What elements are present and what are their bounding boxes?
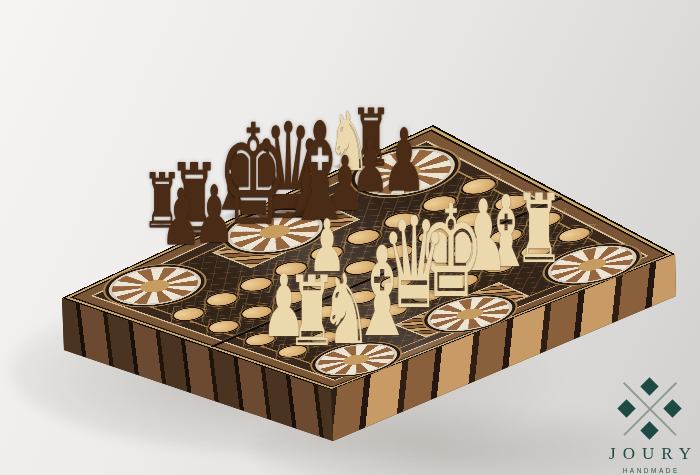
- inlay-circle: [407, 287, 447, 304]
- inlay-circle: [553, 226, 594, 245]
- inlay-circle: [305, 244, 348, 263]
- inlay-circle: [515, 242, 556, 260]
- product-photo-stage: ♜♞♟♟♝♟♛♟♝♚♜♜♟♟♜♝♟♟♚♛♝♟♞♜ JOURY HANDMADE: [0, 0, 700, 475]
- inlay-circle: [478, 257, 519, 275]
- logo-diamond-icon: [663, 399, 681, 417]
- inlay-circle: [456, 176, 500, 197]
- inlay-circle: [340, 289, 380, 306]
- inlay-circle: [417, 194, 461, 214]
- inlay-circle: [235, 276, 277, 294]
- inlay-circle: [379, 211, 423, 231]
- inlay-circle: [273, 344, 312, 359]
- logo-diamond-motif-icon: [618, 380, 682, 438]
- inlay-circle: [341, 228, 384, 247]
- inlay-circle: [338, 316, 377, 332]
- inlay-circle: [442, 273, 482, 290]
- brand-name: JOURY: [594, 444, 700, 464]
- inlay-circle: [273, 318, 313, 334]
- logo-diamond-icon: [640, 421, 658, 439]
- logo-diamond-icon: [640, 377, 658, 395]
- logo-diamond-icon: [617, 399, 635, 417]
- inlay-circle: [372, 302, 412, 318]
- inlay-circle: [269, 260, 311, 278]
- brand-tagline: HANDMADE: [594, 467, 700, 474]
- inlay-circle: [306, 304, 346, 320]
- brand-logo: JOURY HANDMADE: [594, 380, 700, 474]
- inlay-circle: [305, 330, 344, 345]
